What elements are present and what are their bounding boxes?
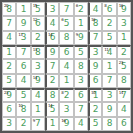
cell-digit: 5 [64, 19, 70, 28]
cell-r3c2[interactable]: 133 [16, 31, 30, 45]
cell-r4c1[interactable]: 1 [2, 45, 16, 59]
cell-digit: 7 [6, 19, 12, 28]
cell-r1c8[interactable]: 86 [102, 2, 116, 16]
cage-sum-label: 14 [33, 75, 37, 80]
cell-r2c3[interactable]: 126 [31, 16, 45, 30]
cage-sum-label: 23 [4, 90, 8, 95]
cell-digit: 1 [50, 119, 56, 128]
sudoku-board: 2081155376248616979126465116823413321468… [0, 0, 133, 133]
cell-r7c3[interactable]: 4 [31, 88, 45, 102]
cell-r8c2[interactable]: 108 [16, 102, 30, 116]
cell-digit: 9 [78, 33, 84, 42]
cell-r8c3[interactable]: 1 [31, 102, 45, 116]
cage-sum-label: 16 [61, 118, 65, 123]
cell-digit: 8 [107, 119, 113, 128]
cell-r9c4[interactable]: 1 [45, 117, 59, 131]
cell-r3c7[interactable]: 7 [88, 31, 102, 45]
cell-digit: 7 [107, 76, 113, 85]
cell-digit: 8 [121, 76, 127, 85]
cage-sum-label: 20 [4, 3, 8, 8]
cell-digit: 2 [121, 48, 127, 57]
cell-r9c7[interactable]: 5 [88, 117, 102, 131]
cell-r4c6[interactable]: 5 [74, 45, 88, 59]
cell-digit: 4 [35, 91, 41, 100]
cell-digit: 7 [35, 119, 41, 128]
cell-r3c5[interactable]: 8 [59, 31, 73, 45]
cell-r1c2[interactable]: 1 [16, 2, 30, 16]
cell-digit: 3 [64, 105, 70, 114]
cell-digit: 6 [21, 62, 27, 71]
cell-r6c6[interactable]: 3 [74, 74, 88, 88]
cell-r4c4[interactable]: 9 [45, 45, 59, 59]
cell-r1c7[interactable]: 4 [88, 2, 102, 16]
cage-sum-label: 8 [61, 90, 63, 95]
cell-r7c1[interactable]: 239 [2, 88, 16, 102]
cell-r8c8[interactable]: 9 [102, 102, 116, 116]
cell-r4c2[interactable]: 7 [16, 45, 30, 59]
cell-digit: 4 [78, 119, 84, 128]
cell-r4c7[interactable]: 3 [88, 45, 102, 59]
cage-sum-label: 15 [33, 3, 37, 8]
cell-digit: 2 [35, 33, 41, 42]
cell-digit: 7 [78, 105, 84, 114]
cell-digit: 1 [107, 62, 113, 71]
cell-digit: 3 [50, 5, 56, 14]
cell-digit: 9 [50, 48, 56, 57]
cage-sum-label: 6 [61, 17, 63, 22]
cell-digit: 2 [107, 19, 113, 28]
cell-digit: 3 [107, 91, 113, 100]
cell-r4c5[interactable]: 6 [59, 45, 73, 59]
cell-r7c9[interactable]: 147 [117, 88, 131, 102]
cell-digit: 7 [50, 62, 56, 71]
cell-r9c3[interactable]: 97 [31, 117, 45, 131]
cell-r7c6[interactable]: 6 [74, 88, 88, 102]
cell-digit: 2 [93, 105, 99, 114]
cell-r3c6[interactable]: 99 [74, 31, 88, 45]
cell-r5c3[interactable]: 3 [31, 59, 45, 73]
cage-sum-label: 10 [18, 103, 22, 108]
cage-sum-label: 12 [33, 17, 37, 22]
cage-sum-label: 13 [18, 32, 22, 37]
cell-r2c5[interactable]: 65 [59, 16, 73, 30]
cell-r8c6[interactable]: 7 [74, 102, 88, 116]
cell-r2c6[interactable]: 1 [74, 16, 88, 30]
cell-digit: 3 [35, 62, 41, 71]
cell-r1c1[interactable]: 208 [2, 2, 16, 16]
cage-sum-label: 9 [33, 118, 35, 123]
cell-digit: 3 [121, 19, 127, 28]
cell-r9c8[interactable]: 8 [102, 117, 116, 131]
cell-digit: 8 [78, 62, 84, 71]
cell-digit: 4 [21, 76, 27, 85]
cell-r6c3[interactable]: 149 [31, 74, 45, 88]
cell-digit: 9 [21, 19, 27, 28]
cell-digit: 8 [50, 91, 56, 100]
cell-r2c4[interactable]: 4 [45, 16, 59, 30]
cell-digit: 1 [6, 48, 12, 57]
cell-r3c3[interactable]: 2 [31, 31, 45, 45]
cell-r3c8[interactable]: 5 [102, 31, 116, 45]
cell-r1c9[interactable]: 169 [117, 2, 131, 16]
cage-sum-label: 8 [104, 3, 106, 8]
cell-r4c9[interactable]: 2 [117, 45, 131, 59]
cage-sum-label: 6 [76, 3, 78, 8]
cell-digit: 2 [6, 62, 12, 71]
cell-digit: 5 [6, 76, 12, 85]
cell-digit: 9 [93, 62, 99, 71]
cell-digit: 6 [78, 91, 84, 100]
cell-digit: 4 [6, 33, 12, 42]
cell-digit: 2 [64, 91, 70, 100]
cell-digit: 6 [107, 5, 113, 14]
cell-digit: 3 [93, 48, 99, 57]
cell-digit: 5 [21, 91, 27, 100]
cage-sum-label: 14 [119, 90, 123, 95]
cell-r3c1[interactable]: 4 [2, 31, 16, 45]
cell-digit: 2 [78, 5, 84, 14]
cell-r1c5[interactable]: 7 [59, 2, 73, 16]
cage-sum-label: 16 [119, 3, 123, 8]
cell-digit: 4 [64, 62, 70, 71]
cage-sum-label: 14 [48, 103, 52, 108]
cell-r9c6[interactable]: 4 [74, 117, 88, 131]
cell-r6c9[interactable]: 8 [117, 74, 131, 88]
cell-digit: 4 [121, 105, 127, 114]
cell-digit: 6 [93, 76, 99, 85]
cell-r2c9[interactable]: 3 [117, 16, 131, 30]
cell-digit: 6 [121, 119, 127, 128]
cage-sum-label: 16 [91, 17, 95, 22]
cell-r8c7[interactable]: 2 [88, 102, 102, 116]
cell-digit: 1 [64, 76, 70, 85]
cell-digit: 3 [78, 76, 84, 85]
cell-r9c9[interactable]: 6 [117, 117, 131, 131]
cell-r7c2[interactable]: 5 [16, 88, 30, 102]
cell-r1c3[interactable]: 155 [31, 2, 45, 16]
cell-r7c7[interactable]: 101 [88, 88, 102, 102]
cell-r5c6[interactable]: 8 [74, 59, 88, 73]
cell-r4c8[interactable]: 114 [102, 45, 116, 59]
cell-r3c4[interactable]: 146 [45, 31, 59, 45]
cell-r8c5[interactable]: 3 [59, 102, 73, 116]
cell-r7c5[interactable]: 82 [59, 88, 73, 102]
cell-digit: 5 [93, 119, 99, 128]
cell-r6c2[interactable]: 4 [16, 74, 30, 88]
cell-r6c1[interactable]: 5 [2, 74, 16, 88]
cell-r9c1[interactable]: 3 [2, 117, 16, 131]
cell-digit: 5 [78, 48, 84, 57]
cell-r3c9[interactable]: 1 [117, 31, 131, 45]
cell-digit: 2 [21, 119, 27, 128]
cell-r9c2[interactable]: 2 [16, 117, 30, 131]
cell-r6c5[interactable]: 1 [59, 74, 73, 88]
cage-sum-label: 9 [76, 32, 78, 37]
cell-r5c7[interactable]: 9 [88, 59, 102, 73]
cell-digit: 7 [64, 5, 70, 14]
cage-sum-label: 11 [104, 47, 108, 52]
cage-sum-label: 10 [91, 90, 95, 95]
cell-digit: 8 [64, 33, 70, 42]
cell-r4c3[interactable]: 138 [31, 45, 45, 59]
cell-digit: 1 [78, 19, 84, 28]
cell-r1c4[interactable]: 3 [45, 2, 59, 16]
cell-r5c1[interactable]: 2 [2, 59, 16, 73]
cell-digit: 5 [107, 33, 113, 42]
cell-digit: 1 [35, 105, 41, 114]
cell-r2c8[interactable]: 2 [102, 16, 116, 30]
cell-r5c8[interactable]: 1 [102, 59, 116, 73]
cage-sum-label: 13 [33, 47, 37, 52]
cell-digit: 6 [6, 105, 12, 114]
cell-r6c8[interactable]: 7 [102, 74, 116, 88]
cell-r7c8[interactable]: 3 [102, 88, 116, 102]
cell-r8c1[interactable]: 6 [2, 102, 16, 116]
cell-r8c4[interactable]: 145 [45, 102, 59, 116]
cell-r5c4[interactable]: 7 [45, 59, 59, 73]
cell-digit: 3 [6, 119, 12, 128]
cage-sum-label: 23 [119, 60, 123, 65]
cell-digit: 9 [107, 105, 113, 114]
cell-digit: 6 [64, 48, 70, 57]
cell-digit: 7 [93, 33, 99, 42]
cell-digit: 1 [121, 33, 127, 42]
cell-digit: 4 [50, 19, 56, 28]
cell-r2c7[interactable]: 168 [88, 16, 102, 30]
cell-r9c5[interactable]: 169 [59, 117, 73, 131]
cell-r5c5[interactable]: 4 [59, 59, 73, 73]
cell-r6c4[interactable]: 2 [45, 74, 59, 88]
cell-r2c1[interactable]: 7 [2, 16, 16, 30]
cell-r6c7[interactable]: 6 [88, 74, 102, 88]
cell-digit: 2 [50, 76, 56, 85]
cell-r1c6[interactable]: 62 [74, 2, 88, 16]
cell-r2c2[interactable]: 9 [16, 16, 30, 30]
cell-r8c9[interactable]: 4 [117, 102, 131, 116]
cell-r7c4[interactable]: 8 [45, 88, 59, 102]
cell-digit: 1 [21, 5, 27, 14]
cell-r5c9[interactable]: 235 [117, 59, 131, 73]
cell-r5c2[interactable]: 6 [16, 59, 30, 73]
cell-digit: 4 [93, 5, 99, 14]
cell-digit: 7 [21, 48, 27, 57]
cage-sum-label: 14 [48, 32, 52, 37]
